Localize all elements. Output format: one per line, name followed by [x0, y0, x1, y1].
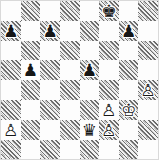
square-a1[interactable]	[1, 140, 21, 159]
square-b7[interactable]	[21, 21, 41, 41]
square-c1[interactable]	[40, 140, 60, 159]
square-b5[interactable]: ♟	[21, 60, 41, 80]
square-h3[interactable]	[138, 100, 158, 120]
square-a3[interactable]	[1, 100, 21, 120]
square-h4[interactable]: ♙	[138, 80, 158, 100]
square-d2[interactable]	[60, 120, 80, 140]
square-f8[interactable]: ♚	[99, 1, 119, 21]
square-g4[interactable]	[119, 80, 139, 100]
square-e4[interactable]	[80, 80, 100, 100]
square-h7[interactable]	[138, 21, 158, 41]
square-b8[interactable]	[21, 1, 41, 21]
square-g1[interactable]	[119, 140, 139, 159]
square-h1[interactable]	[138, 140, 158, 159]
square-d6[interactable]	[60, 41, 80, 60]
square-f2[interactable]: ♙	[99, 120, 119, 140]
black-king: ♚	[101, 1, 116, 21]
square-b4[interactable]	[21, 80, 41, 100]
black-pawn: ♟	[23, 60, 38, 80]
white-pawn: ♙	[101, 100, 116, 120]
square-e3[interactable]	[80, 100, 100, 120]
square-d7[interactable]	[60, 21, 80, 41]
square-f5[interactable]	[99, 60, 119, 80]
square-d1[interactable]	[60, 140, 80, 159]
square-b3[interactable]	[21, 100, 41, 120]
square-g7[interactable]: ♟	[119, 21, 139, 41]
square-c6[interactable]	[40, 41, 60, 60]
square-e8[interactable]	[80, 1, 100, 21]
white-pawn: ♙	[141, 80, 156, 100]
square-a7[interactable]: ♟	[1, 21, 21, 41]
square-c8[interactable]	[40, 1, 60, 21]
square-c4[interactable]	[40, 80, 60, 100]
square-g5[interactable]	[119, 60, 139, 80]
square-h6[interactable]	[138, 41, 158, 60]
square-h8[interactable]	[138, 1, 158, 21]
square-e6[interactable]	[80, 41, 100, 60]
square-d8[interactable]	[60, 1, 80, 21]
square-h5[interactable]	[138, 60, 158, 80]
square-f3[interactable]: ♙	[99, 100, 119, 120]
white-pawn: ♙	[3, 120, 18, 140]
chess-board: ♚♟♟♟♟♟♙♙♔♙♛♙	[0, 0, 159, 160]
square-f6[interactable]	[99, 41, 119, 60]
square-b1[interactable]	[21, 140, 41, 159]
square-g3[interactable]: ♔	[119, 100, 139, 120]
square-a5[interactable]	[1, 60, 21, 80]
square-a4[interactable]	[1, 80, 21, 100]
square-c7[interactable]: ♟	[40, 21, 60, 41]
square-c3[interactable]	[40, 100, 60, 120]
square-c2[interactable]	[40, 120, 60, 140]
square-b2[interactable]	[21, 120, 41, 140]
square-g2[interactable]	[119, 120, 139, 140]
square-h2[interactable]	[138, 120, 158, 140]
black-pawn: ♟	[3, 21, 18, 41]
black-pawn: ♟	[121, 21, 136, 41]
square-e1[interactable]	[80, 140, 100, 159]
white-king: ♔	[121, 100, 136, 120]
square-c5[interactable]	[40, 60, 60, 80]
square-g8[interactable]	[119, 1, 139, 21]
square-a6[interactable]	[1, 41, 21, 60]
black-pawn: ♟	[42, 21, 57, 41]
white-pawn: ♙	[101, 120, 116, 140]
square-d5[interactable]	[60, 60, 80, 80]
square-e5[interactable]: ♟	[80, 60, 100, 80]
square-f4[interactable]	[99, 80, 119, 100]
square-f7[interactable]	[99, 21, 119, 41]
black-queen: ♛	[82, 120, 97, 140]
square-e7[interactable]	[80, 21, 100, 41]
square-a2[interactable]: ♙	[1, 120, 21, 140]
black-pawn: ♟	[82, 60, 97, 80]
square-b6[interactable]	[21, 41, 41, 60]
square-e2[interactable]: ♛	[80, 120, 100, 140]
square-a8[interactable]	[1, 1, 21, 21]
square-g6[interactable]	[119, 41, 139, 60]
square-d3[interactable]	[60, 100, 80, 120]
square-d4[interactable]	[60, 80, 80, 100]
square-f1[interactable]	[99, 140, 119, 159]
